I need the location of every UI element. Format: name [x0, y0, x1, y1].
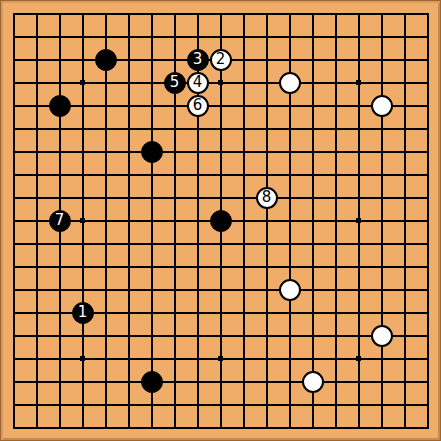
stone-label: 5: [170, 75, 180, 90]
stone-label: 6: [193, 98, 203, 113]
stone-white-M11: 8: [256, 187, 278, 209]
stone-label: 3: [193, 52, 203, 67]
stone-label: 7: [55, 213, 65, 228]
stones-grid: 12345678: [2, 2, 439, 439]
stone-white-R5: [371, 325, 393, 347]
stone-black-H16: 5: [164, 72, 186, 94]
stone-black-E17: [95, 49, 117, 71]
stone-black-G13: [141, 141, 163, 163]
stone-white-J15: 6: [187, 95, 209, 117]
stone-white-O3: [302, 371, 324, 393]
stone-black-K10: [210, 210, 232, 232]
stone-white-K17: 2: [210, 49, 232, 71]
stone-white-R15: [371, 95, 393, 117]
stone-label: 4: [193, 75, 203, 90]
go-board: 12345678: [0, 0, 441, 441]
stone-black-C15: [49, 95, 71, 117]
stone-black-J17: 3: [187, 49, 209, 71]
stone-black-G3: [141, 371, 163, 393]
stone-label: 8: [262, 190, 272, 205]
stone-white-N7: [279, 279, 301, 301]
stone-white-N16: [279, 72, 301, 94]
stone-label: 1: [78, 305, 88, 320]
stone-white-J16: 4: [187, 72, 209, 94]
stone-label: 2: [216, 52, 226, 67]
stone-black-C10: 7: [49, 210, 71, 232]
stone-black-D6: 1: [72, 302, 94, 324]
